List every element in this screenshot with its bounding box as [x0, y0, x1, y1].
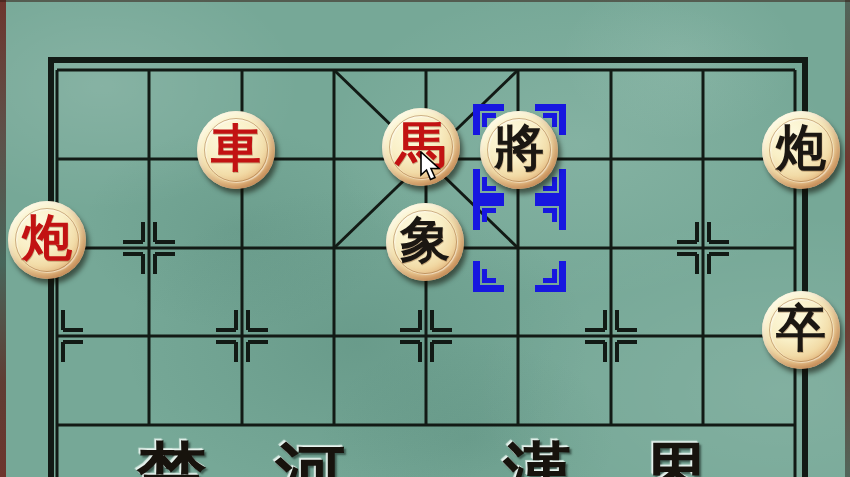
piece-black-general[interactable]: 將 [480, 111, 558, 189]
river-char: 界 [637, 440, 717, 477]
selection-bracket-corner [535, 261, 566, 292]
piece-black-cannon[interactable]: 炮 [762, 111, 840, 189]
piece-character: 車 [211, 123, 261, 173]
piece-character: 象 [400, 215, 450, 265]
selection-bracket-corner [473, 261, 504, 292]
river-char: 漢 [498, 440, 578, 477]
piece-black-elephant[interactable]: 象 [386, 203, 464, 281]
selection-bracket-corner [473, 199, 504, 230]
xiangqi-game-window: 楚河漢界 車馬將炮炮象卒 [0, 0, 850, 477]
piece-red-cannon[interactable]: 炮 [8, 201, 86, 279]
selection-bracket-corner [535, 199, 566, 230]
mouse-cursor-icon [419, 151, 443, 187]
piece-red-chariot[interactable]: 車 [197, 111, 275, 189]
river-char: 河 [270, 440, 350, 477]
river-char: 楚 [132, 440, 212, 477]
window-edge-left [0, 0, 6, 477]
selection-bracket [473, 199, 566, 292]
piece-black-soldier[interactable]: 卒 [762, 291, 840, 369]
window-edge-top [0, 0, 850, 2]
window-edge-right [845, 0, 850, 477]
piece-character: 炮 [776, 123, 826, 173]
piece-character: 炮 [22, 213, 72, 263]
piece-character: 將 [494, 123, 544, 173]
piece-character: 卒 [776, 303, 826, 353]
